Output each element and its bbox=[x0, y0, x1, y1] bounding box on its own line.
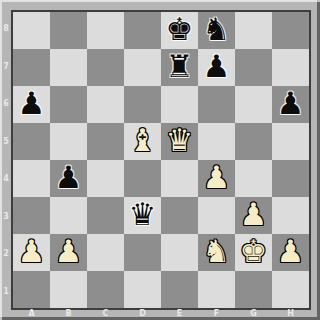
file-label-b: B bbox=[50, 308, 87, 319]
square-h3[interactable] bbox=[272, 197, 309, 234]
rank-label-6: 6 bbox=[1, 85, 11, 123]
square-g3[interactable]: ♟ bbox=[235, 197, 272, 234]
square-h1[interactable] bbox=[272, 271, 309, 308]
rank-label-5: 5 bbox=[1, 123, 11, 161]
square-f6[interactable] bbox=[198, 86, 235, 123]
piece-black-pawn: ♟ bbox=[18, 88, 46, 119]
square-b7[interactable] bbox=[50, 49, 87, 86]
square-d8[interactable] bbox=[124, 12, 161, 49]
chess-board: ♚♞♜♟♟♟♝♛♟♟♛♟♟♟♞♚♟ bbox=[11, 10, 311, 310]
piece-white-pawn: ♟ bbox=[203, 162, 231, 193]
square-c5[interactable] bbox=[87, 123, 124, 160]
square-g4[interactable] bbox=[235, 160, 272, 197]
piece-black-rook: ♜ bbox=[166, 51, 194, 82]
file-label-g: G bbox=[235, 308, 272, 319]
square-h6[interactable]: ♟ bbox=[272, 86, 309, 123]
piece-white-pawn: ♟ bbox=[240, 199, 268, 230]
square-g2[interactable]: ♚ bbox=[235, 234, 272, 271]
square-b1[interactable] bbox=[50, 271, 87, 308]
square-h2[interactable]: ♟ bbox=[272, 234, 309, 271]
rank-label-1: 1 bbox=[1, 273, 11, 311]
square-c7[interactable] bbox=[87, 49, 124, 86]
square-a2[interactable]: ♟ bbox=[13, 234, 50, 271]
square-g1[interactable] bbox=[235, 271, 272, 308]
square-d3[interactable]: ♛ bbox=[124, 197, 161, 234]
rank-label-8: 8 bbox=[1, 10, 11, 48]
piece-white-pawn: ♟ bbox=[55, 236, 83, 267]
square-e1[interactable] bbox=[161, 271, 198, 308]
piece-white-knight: ♞ bbox=[203, 236, 231, 267]
square-e2[interactable] bbox=[161, 234, 198, 271]
square-f2[interactable]: ♞ bbox=[198, 234, 235, 271]
piece-white-queen: ♛ bbox=[166, 125, 194, 156]
square-f4[interactable]: ♟ bbox=[198, 160, 235, 197]
square-h7[interactable] bbox=[272, 49, 309, 86]
file-label-c: C bbox=[87, 308, 124, 319]
square-d1[interactable] bbox=[124, 271, 161, 308]
square-a8[interactable] bbox=[13, 12, 50, 49]
file-label-e: E bbox=[161, 308, 198, 319]
piece-black-pawn: ♟ bbox=[277, 88, 305, 119]
rank-label-4: 4 bbox=[1, 160, 11, 198]
file-label-f: F bbox=[198, 308, 235, 319]
square-c1[interactable] bbox=[87, 271, 124, 308]
square-c8[interactable] bbox=[87, 12, 124, 49]
square-g6[interactable] bbox=[235, 86, 272, 123]
piece-white-pawn: ♟ bbox=[18, 236, 46, 267]
square-d4[interactable] bbox=[124, 160, 161, 197]
square-a1[interactable] bbox=[13, 271, 50, 308]
square-e3[interactable] bbox=[161, 197, 198, 234]
square-f5[interactable] bbox=[198, 123, 235, 160]
piece-black-pawn: ♟ bbox=[55, 162, 83, 193]
square-f7[interactable]: ♟ bbox=[198, 49, 235, 86]
square-b8[interactable] bbox=[50, 12, 87, 49]
square-g7[interactable] bbox=[235, 49, 272, 86]
rank-label-2: 2 bbox=[1, 235, 11, 273]
square-a6[interactable]: ♟ bbox=[13, 86, 50, 123]
square-e5[interactable]: ♛ bbox=[161, 123, 198, 160]
rank-labels: 87654321 bbox=[1, 10, 11, 310]
file-label-h: H bbox=[272, 308, 309, 319]
square-e7[interactable]: ♜ bbox=[161, 49, 198, 86]
square-f8[interactable]: ♞ bbox=[198, 12, 235, 49]
piece-black-king: ♚ bbox=[166, 14, 194, 45]
piece-black-pawn: ♟ bbox=[203, 51, 231, 82]
square-c3[interactable] bbox=[87, 197, 124, 234]
square-h5[interactable] bbox=[272, 123, 309, 160]
square-b4[interactable]: ♟ bbox=[50, 160, 87, 197]
piece-black-knight: ♞ bbox=[203, 14, 231, 45]
square-c6[interactable] bbox=[87, 86, 124, 123]
square-c2[interactable] bbox=[87, 234, 124, 271]
square-a5[interactable] bbox=[13, 123, 50, 160]
square-a4[interactable] bbox=[13, 160, 50, 197]
rank-label-3: 3 bbox=[1, 198, 11, 236]
square-e4[interactable] bbox=[161, 160, 198, 197]
square-d7[interactable] bbox=[124, 49, 161, 86]
file-label-a: A bbox=[13, 308, 50, 319]
square-d5[interactable]: ♝ bbox=[124, 123, 161, 160]
square-h8[interactable] bbox=[272, 12, 309, 49]
square-d6[interactable] bbox=[124, 86, 161, 123]
square-f3[interactable] bbox=[198, 197, 235, 234]
piece-white-bishop: ♝ bbox=[129, 125, 157, 156]
square-c4[interactable] bbox=[87, 160, 124, 197]
square-a3[interactable] bbox=[13, 197, 50, 234]
rank-label-7: 7 bbox=[1, 48, 11, 86]
file-label-d: D bbox=[124, 308, 161, 319]
square-g5[interactable] bbox=[235, 123, 272, 160]
square-a7[interactable] bbox=[13, 49, 50, 86]
piece-black-queen: ♛ bbox=[129, 199, 157, 230]
square-e8[interactable]: ♚ bbox=[161, 12, 198, 49]
square-f1[interactable] bbox=[198, 271, 235, 308]
square-b2[interactable]: ♟ bbox=[50, 234, 87, 271]
square-g8[interactable] bbox=[235, 12, 272, 49]
square-h4[interactable] bbox=[272, 160, 309, 197]
piece-white-king: ♚ bbox=[240, 236, 268, 267]
piece-white-pawn: ♟ bbox=[277, 236, 305, 267]
square-e6[interactable] bbox=[161, 86, 198, 123]
file-labels: ABCDEFGH bbox=[13, 308, 309, 319]
square-b3[interactable] bbox=[50, 197, 87, 234]
square-b6[interactable] bbox=[50, 86, 87, 123]
square-d2[interactable] bbox=[124, 234, 161, 271]
chess-board-diagram: 87654321 ♚♞♜♟♟♟♝♛♟♟♛♟♟♟♞♚♟ ABCDEFGH bbox=[0, 0, 320, 320]
square-b5[interactable] bbox=[50, 123, 87, 160]
